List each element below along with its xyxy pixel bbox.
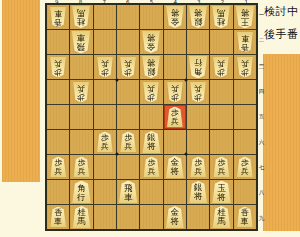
square-8e[interactable] — [70, 105, 92, 129]
square-7b[interactable] — [94, 30, 116, 54]
square-4g[interactable]: 金将 — [164, 155, 186, 179]
square-2b[interactable] — [210, 30, 232, 54]
square-2g[interactable]: 歩兵 — [210, 155, 232, 179]
square-8f[interactable] — [70, 130, 92, 154]
square-4d[interactable]: 歩兵 — [164, 80, 186, 104]
square-9i[interactable]: 香車 — [47, 205, 69, 229]
square-1e[interactable] — [234, 105, 256, 129]
square-7a[interactable] — [94, 5, 116, 29]
square-4a[interactable]: 金将 — [164, 5, 186, 29]
square-4b[interactable] — [164, 30, 186, 54]
square-6c[interactable]: 歩兵 — [117, 55, 139, 79]
square-9c[interactable]: 歩兵 — [47, 55, 69, 79]
square-7h[interactable] — [94, 180, 116, 204]
piece-gote-pawn[interactable]: 歩兵 — [49, 57, 67, 78]
square-9f[interactable] — [47, 130, 69, 154]
square-4h[interactable] — [164, 180, 186, 204]
piece-gote-knight[interactable]: 桂馬 — [71, 6, 91, 28]
square-6i[interactable] — [117, 205, 139, 229]
square-1a[interactable]: 王将 — [234, 5, 256, 29]
square-6d[interactable] — [117, 80, 139, 104]
square-2i[interactable]: 桂馬 — [210, 205, 232, 229]
rank-label-5: 五 — [258, 104, 265, 129]
square-6h[interactable]: 飛車 — [117, 180, 139, 204]
rank-label-8: 八 — [258, 180, 265, 205]
square-3i[interactable] — [187, 205, 209, 229]
piece-gote-king[interactable]: 王将 — [234, 6, 255, 29]
square-3e[interactable] — [187, 105, 209, 129]
piece-gote-gold[interactable]: 金将 — [141, 31, 161, 53]
square-5b[interactable]: 金将 — [140, 30, 162, 54]
square-3h[interactable]: 銀将 — [187, 180, 209, 204]
piece-gote-rook[interactable]: 飛車 — [71, 31, 92, 54]
square-7f[interactable]: 歩兵 — [94, 130, 116, 154]
square-5g[interactable]: 歩兵 — [140, 155, 162, 179]
piece-sente-pawn[interactable]: 歩兵 — [189, 157, 207, 178]
rank-label-4: 四 — [258, 79, 265, 104]
hoshi-dot — [115, 78, 118, 81]
rank-label-7: 七 — [258, 155, 265, 180]
piece-sente-gold[interactable]: 金将 — [165, 156, 185, 178]
turn-indicator: 後手番 — [264, 27, 299, 42]
rank-label-3: 三 — [258, 54, 265, 79]
piece-gote-pawn[interactable]: 歩兵 — [72, 82, 90, 103]
square-7c[interactable]: 歩兵 — [94, 55, 116, 79]
piece-gote-silver[interactable]: 銀将 — [188, 6, 208, 28]
piece-sente-pawn[interactable]: 歩兵 — [236, 157, 254, 178]
piece-sente-pawn[interactable]: 歩兵 — [142, 157, 160, 178]
piece-sente-knight[interactable]: 桂馬 — [71, 206, 91, 228]
square-3a[interactable]: 銀将 — [187, 5, 209, 29]
rank-label-1: 一 — [258, 3, 265, 28]
square-7e[interactable] — [94, 105, 116, 129]
piece-gote-lance[interactable]: 香車 — [49, 7, 67, 28]
piece-sente-pawn[interactable]: 歩兵 — [49, 157, 67, 178]
square-2e[interactable] — [210, 105, 232, 129]
square-8a[interactable]: 桂馬 — [70, 5, 92, 29]
square-2f[interactable] — [210, 130, 232, 154]
square-5f[interactable]: 銀将 — [140, 130, 162, 154]
square-1i[interactable]: 香車 — [234, 205, 256, 229]
piece-sente-rook[interactable]: 飛車 — [118, 181, 139, 204]
piece-gote-pawn[interactable]: 歩兵 — [142, 82, 160, 103]
piece-gote-pawn[interactable]: 歩兵 — [212, 57, 230, 78]
piece-gote-pawn[interactable]: 歩兵 — [189, 82, 207, 103]
square-5i[interactable] — [140, 205, 162, 229]
square-7d[interactable] — [94, 80, 116, 104]
square-6a[interactable] — [117, 5, 139, 29]
piece-sente-knight[interactable]: 桂馬 — [211, 206, 231, 228]
square-9h[interactable] — [47, 180, 69, 204]
square-2d[interactable] — [210, 80, 232, 104]
square-4i[interactable]: 金将 — [164, 205, 186, 229]
piece-gote-silver[interactable]: 銀将 — [141, 56, 161, 78]
square-5c[interactable]: 銀将 — [140, 55, 162, 79]
square-5h[interactable] — [140, 180, 162, 204]
piece-gote-pawn[interactable]: 歩兵 — [236, 57, 254, 78]
square-9d[interactable] — [47, 80, 69, 104]
square-6e[interactable] — [117, 105, 139, 129]
square-3c[interactable]: 角行 — [187, 55, 209, 79]
piece-gote-lance[interactable]: 香車 — [236, 32, 254, 53]
square-8g[interactable]: 歩兵 — [70, 155, 92, 179]
square-3b[interactable] — [187, 30, 209, 54]
square-1h[interactable] — [234, 180, 256, 204]
piece-sente-pawn[interactable]: 歩兵 — [166, 107, 184, 128]
piece-gote-gold[interactable]: 金将 — [165, 6, 185, 28]
piece-sente-lance[interactable]: 香車 — [236, 207, 254, 228]
piece-sente-king[interactable]: 玉将 — [211, 181, 232, 204]
piece-gote-pawn[interactable]: 歩兵 — [96, 57, 114, 78]
square-8c[interactable] — [70, 55, 92, 79]
shogi-board: 香車桂馬金将銀将桂馬王将飛車金将香車歩兵歩兵歩兵銀将角行歩兵歩兵歩兵歩兵歩兵歩兵… — [45, 3, 258, 231]
piece-sente-pawn[interactable]: 歩兵 — [212, 157, 230, 178]
square-9g[interactable]: 歩兵 — [47, 155, 69, 179]
square-2c[interactable]: 歩兵 — [210, 55, 232, 79]
piece-gote-knight[interactable]: 桂馬 — [211, 6, 231, 28]
piece-sente-pawn[interactable]: 歩兵 — [119, 132, 137, 153]
square-4f[interactable] — [164, 130, 186, 154]
square-7i[interactable] — [94, 205, 116, 229]
piece-sente-pawn[interactable]: 歩兵 — [96, 132, 114, 153]
square-7g[interactable] — [94, 155, 116, 179]
square-3d[interactable]: 歩兵 — [187, 80, 209, 104]
rank-label-2: 二 — [258, 28, 265, 53]
hoshi-dot — [115, 153, 118, 156]
square-8d[interactable]: 歩兵 — [70, 80, 92, 104]
square-9e[interactable] — [47, 105, 69, 129]
square-8h[interactable]: 角行 — [70, 180, 92, 204]
square-6g[interactable] — [117, 155, 139, 179]
square-1f[interactable] — [234, 130, 256, 154]
sente-komadai-tray[interactable] — [263, 54, 300, 231]
square-6f[interactable]: 歩兵 — [117, 130, 139, 154]
square-4e[interactable]: 歩兵 — [164, 105, 186, 129]
square-2a[interactable]: 桂馬 — [210, 5, 232, 29]
analysis-status-label: 検討中 — [264, 4, 299, 19]
square-9a[interactable]: 香車 — [47, 5, 69, 29]
board-grid: 香車桂馬金将銀将桂馬王将飛車金将香車歩兵歩兵歩兵銀将角行歩兵歩兵歩兵歩兵歩兵歩兵… — [47, 5, 256, 229]
rank-label-9: 九 — [258, 206, 265, 231]
piece-sente-silver[interactable]: 銀将 — [188, 181, 208, 203]
piece-sente-gold[interactable]: 金将 — [165, 206, 185, 228]
square-1c[interactable]: 歩兵 — [234, 55, 256, 79]
square-9b[interactable] — [47, 30, 69, 54]
square-8i[interactable]: 桂馬 — [70, 205, 92, 229]
square-5a[interactable] — [140, 5, 162, 29]
square-1g[interactable]: 歩兵 — [234, 155, 256, 179]
square-3f[interactable] — [187, 130, 209, 154]
piece-sente-lance[interactable]: 香車 — [49, 207, 67, 228]
piece-gote-pawn[interactable]: 歩兵 — [166, 82, 184, 103]
piece-sente-pawn[interactable]: 歩兵 — [72, 157, 90, 178]
square-2h[interactable]: 玉将 — [210, 180, 232, 204]
square-6b[interactable] — [117, 30, 139, 54]
hoshi-dot — [185, 78, 188, 81]
hoshi-dot — [185, 153, 188, 156]
rank-label-6: 六 — [258, 130, 265, 155]
piece-sente-silver[interactable]: 銀将 — [141, 131, 161, 153]
gote-komadai-tray[interactable] — [2, 0, 40, 182]
square-3g[interactable]: 歩兵 — [187, 155, 209, 179]
square-1d[interactable] — [234, 80, 256, 104]
square-5d[interactable]: 歩兵 — [140, 80, 162, 104]
square-1b[interactable]: 香車 — [234, 30, 256, 54]
rank-coordinate-labels: 一二三四五六七八九 — [258, 3, 265, 231]
piece-gote-bishop[interactable]: 角行 — [188, 56, 209, 79]
piece-sente-bishop[interactable]: 角行 — [71, 181, 92, 204]
square-5e[interactable] — [140, 105, 162, 129]
square-8b[interactable]: 飛車 — [70, 30, 92, 54]
square-4c[interactable] — [164, 55, 186, 79]
piece-gote-pawn[interactable]: 歩兵 — [119, 57, 137, 78]
